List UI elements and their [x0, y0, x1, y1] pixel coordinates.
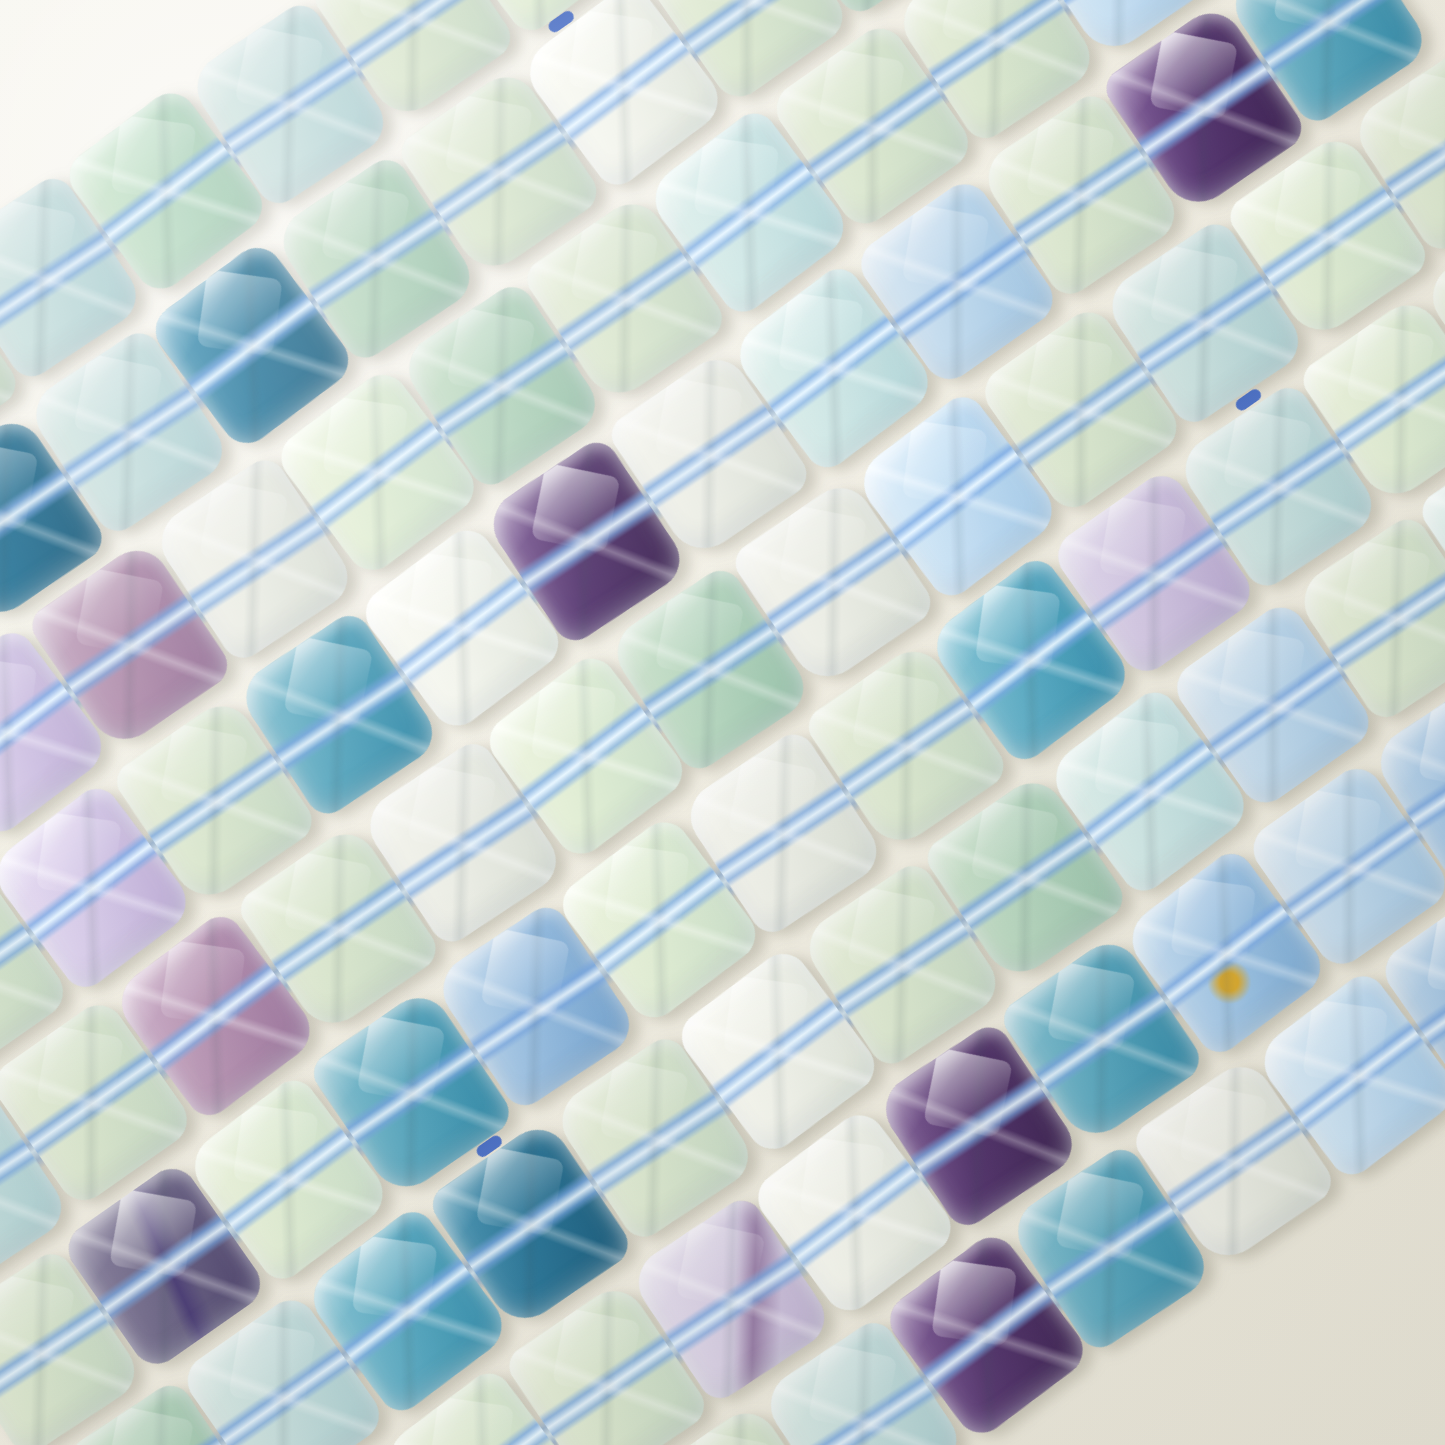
- strand-wrapper: [0, 0, 1445, 1445]
- fluorite-bead-strands-photo: [0, 0, 1445, 1445]
